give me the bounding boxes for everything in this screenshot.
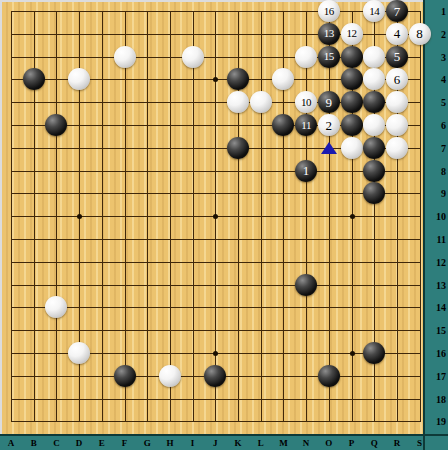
stone-R3: 5 [386, 46, 408, 68]
stone-P7 [341, 137, 363, 159]
grid-line-horizontal [11, 330, 421, 331]
stone-P5 [341, 91, 363, 113]
stone-F17 [114, 365, 136, 387]
move-number: 1 [303, 164, 310, 177]
stone-K4 [227, 68, 249, 90]
col-label-Q: Q [364, 438, 384, 448]
stone-R7 [386, 137, 408, 159]
stone-N6: 11 [295, 114, 317, 136]
col-label-N: N [296, 438, 316, 448]
row-label-11: 11 [425, 234, 448, 245]
grid-line-horizontal [11, 399, 421, 400]
row-label-5: 5 [425, 97, 448, 108]
stone-P6 [341, 114, 363, 136]
stone-Q1: 14 [363, 0, 385, 22]
col-label-S: S [410, 438, 430, 448]
stone-Q16 [363, 342, 385, 364]
move-number: 16 [324, 6, 334, 17]
stone-B4 [23, 68, 45, 90]
col-label-G: G [137, 438, 157, 448]
col-label-K: K [228, 438, 248, 448]
move-number: 12 [347, 28, 357, 39]
col-label-C: C [46, 438, 66, 448]
stone-S2: 8 [409, 23, 431, 45]
stone-Q4 [363, 68, 385, 90]
stone-Q9 [363, 182, 385, 204]
grid-line-vertical [306, 11, 307, 422]
col-label-R: R [387, 438, 407, 448]
stone-R6 [386, 114, 408, 136]
stone-N13 [295, 274, 317, 296]
col-label-J: J [205, 438, 225, 448]
grid-line-vertical [329, 11, 330, 422]
grid-line-horizontal [11, 285, 421, 286]
go-game-window: 1614713124815561091121123456789101112131… [0, 0, 448, 450]
row-label-3: 3 [425, 52, 448, 63]
star-point [213, 351, 218, 356]
row-label-17: 17 [425, 371, 448, 382]
col-label-D: D [69, 438, 89, 448]
grid-line-horizontal [11, 262, 421, 263]
stone-D16 [68, 342, 90, 364]
col-label-A: A [1, 438, 21, 448]
star-point [350, 351, 355, 356]
move-number: 14 [369, 6, 379, 17]
stone-K7 [227, 137, 249, 159]
stone-C6 [45, 114, 67, 136]
board-layer: 1614713124815561091121123456789101112131… [0, 0, 448, 450]
stone-P4 [341, 68, 363, 90]
grid-line-horizontal [11, 239, 421, 240]
stone-I3 [182, 46, 204, 68]
triangle-marker [321, 142, 337, 154]
row-label-10: 10 [425, 211, 448, 222]
stone-R2: 4 [386, 23, 408, 45]
move-number: 2 [326, 119, 333, 132]
row-label-9: 9 [425, 188, 448, 199]
move-number: 13 [324, 28, 334, 39]
move-number: 15 [324, 51, 334, 62]
row-label-14: 14 [425, 302, 448, 313]
grid-line-vertical [420, 11, 421, 422]
stone-J17 [204, 365, 226, 387]
row-label-8: 8 [425, 166, 448, 177]
star-point [350, 214, 355, 219]
stone-M4 [272, 68, 294, 90]
stone-R4: 6 [386, 68, 408, 90]
move-number: 10 [301, 97, 311, 108]
stone-C14 [45, 296, 67, 318]
move-number: 5 [394, 50, 401, 63]
row-label-7: 7 [425, 143, 448, 154]
stone-O5: 9 [318, 91, 340, 113]
grid-line-horizontal [11, 307, 421, 308]
stone-Q3 [363, 46, 385, 68]
stone-L5 [250, 91, 272, 113]
row-label-4: 4 [425, 74, 448, 85]
grid-line-horizontal [11, 421, 421, 422]
stone-H17 [159, 365, 181, 387]
move-number: 6 [394, 73, 401, 86]
stone-N5: 10 [295, 91, 317, 113]
stone-Q7 [363, 137, 385, 159]
col-label-L: L [251, 438, 271, 448]
stone-M6 [272, 114, 294, 136]
stone-O1: 16 [318, 0, 340, 22]
col-label-M: M [273, 438, 293, 448]
col-label-O: O [319, 438, 339, 448]
col-label-E: E [92, 438, 112, 448]
move-number: 7 [394, 5, 401, 18]
move-number: 8 [416, 27, 423, 40]
move-number: 4 [394, 27, 401, 40]
move-number: 11 [301, 120, 311, 131]
row-label-13: 13 [425, 280, 448, 291]
stone-K5 [227, 91, 249, 113]
col-label-F: F [115, 438, 135, 448]
stone-R5 [386, 91, 408, 113]
stone-O6: 2 [318, 114, 340, 136]
row-label-15: 15 [425, 325, 448, 336]
stone-N3 [295, 46, 317, 68]
col-label-B: B [24, 438, 44, 448]
row-label-18: 18 [425, 394, 448, 405]
star-point [213, 214, 218, 219]
star-point [77, 214, 82, 219]
stone-N8: 1 [295, 160, 317, 182]
grid-line-vertical [261, 11, 262, 422]
stone-D4 [68, 68, 90, 90]
stone-Q5 [363, 91, 385, 113]
col-label-P: P [342, 438, 362, 448]
col-label-I: I [183, 438, 203, 448]
stone-P3 [341, 46, 363, 68]
stone-O2: 13 [318, 23, 340, 45]
stone-Q6 [363, 114, 385, 136]
col-label-H: H [160, 438, 180, 448]
row-label-19: 19 [425, 416, 448, 427]
stone-P2: 12 [341, 23, 363, 45]
row-label-12: 12 [425, 257, 448, 268]
stone-O3: 15 [318, 46, 340, 68]
stone-R1: 7 [386, 0, 408, 22]
row-label-1: 1 [425, 6, 448, 17]
star-point [213, 77, 218, 82]
stone-O17 [318, 365, 340, 387]
move-number: 9 [326, 96, 333, 109]
stone-Q8 [363, 160, 385, 182]
row-label-16: 16 [425, 348, 448, 359]
row-label-6: 6 [425, 120, 448, 131]
stone-F3 [114, 46, 136, 68]
